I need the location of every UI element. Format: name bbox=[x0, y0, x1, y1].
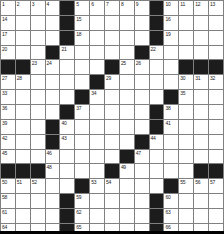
clue-number-13: 13 bbox=[210, 1, 215, 7]
cell-r13-c14[interactable] bbox=[209, 194, 223, 208]
clue-number-9: 9 bbox=[136, 1, 138, 7]
clue-number-35: 35 bbox=[180, 90, 185, 96]
cell-r7-c13[interactable] bbox=[194, 105, 208, 119]
cell-r1-c5[interactable]: 15 bbox=[75, 16, 89, 30]
clue-number-19: 19 bbox=[165, 31, 170, 37]
clue-number-45: 45 bbox=[2, 150, 7, 156]
cell-r6-c1[interactable] bbox=[16, 90, 30, 104]
cell-r12-c7[interactable]: 54 bbox=[105, 179, 119, 193]
cell-r2-c7[interactable] bbox=[105, 31, 119, 45]
cell-r14-c1[interactable] bbox=[16, 209, 30, 223]
cell-r8-c10-black bbox=[150, 120, 164, 134]
cell-r9-c14[interactable] bbox=[209, 135, 223, 149]
cell-r4-c1-black bbox=[16, 60, 30, 74]
cell-r1-c0[interactable]: 14 bbox=[1, 16, 15, 30]
cell-r3-c13[interactable] bbox=[194, 46, 208, 60]
cell-r9-c3-black bbox=[46, 135, 60, 149]
clue-number-1: 1 bbox=[2, 1, 4, 7]
cell-r2-c5[interactable]: 18 bbox=[75, 31, 89, 45]
clue-number-34: 34 bbox=[91, 90, 96, 96]
cell-r11-c4[interactable] bbox=[60, 164, 74, 178]
cell-r13-c9[interactable] bbox=[135, 194, 149, 208]
cell-r7-c4-black bbox=[60, 105, 74, 119]
cell-r12-c8[interactable] bbox=[120, 179, 134, 193]
cell-r13-c12[interactable] bbox=[179, 194, 193, 208]
cell-r6-c4[interactable] bbox=[60, 90, 74, 104]
cell-r5-c3[interactable] bbox=[46, 75, 60, 89]
cell-r3-c10[interactable]: 22 bbox=[150, 46, 164, 60]
crossword-grid: 1234567891011121314151617181920212223242… bbox=[0, 0, 224, 234]
cell-r5-c13[interactable]: 31 bbox=[194, 75, 208, 89]
cell-r3-c0[interactable]: 20 bbox=[1, 46, 15, 60]
cell-r3-c14[interactable] bbox=[209, 46, 223, 60]
clue-number-23: 23 bbox=[32, 60, 37, 66]
cell-r11-c8[interactable]: 49 bbox=[120, 164, 134, 178]
cell-r14-c8[interactable] bbox=[120, 209, 134, 223]
cell-r3-c12[interactable] bbox=[179, 46, 193, 60]
grid-clip-area: 1234567891011121314151617181920212223242… bbox=[0, 0, 224, 234]
cell-r2-c8[interactable] bbox=[120, 31, 134, 45]
cell-r6-c0[interactable]: 33 bbox=[1, 90, 15, 104]
cell-r10-c10[interactable] bbox=[150, 150, 164, 164]
clue-number-26: 26 bbox=[136, 60, 141, 66]
clue-number-20: 20 bbox=[2, 46, 7, 52]
clue-number-47: 47 bbox=[136, 150, 141, 156]
cell-r9-c4[interactable]: 43 bbox=[60, 135, 74, 149]
cell-r8-c11[interactable]: 41 bbox=[164, 120, 178, 134]
cell-r11-c12[interactable] bbox=[179, 164, 193, 178]
clue-number-44: 44 bbox=[151, 135, 156, 141]
cell-r6-c12[interactable]: 35 bbox=[179, 90, 193, 104]
cell-r1-c13[interactable] bbox=[194, 16, 208, 30]
clue-number-11: 11 bbox=[180, 1, 185, 7]
cell-r13-c13[interactable] bbox=[194, 194, 208, 208]
cell-r0-c6[interactable]: 6 bbox=[90, 1, 104, 15]
clue-number-62: 62 bbox=[76, 209, 81, 215]
clue-number-24: 24 bbox=[47, 60, 52, 66]
cell-r12-c5-black bbox=[75, 179, 89, 193]
cell-r10-c5[interactable] bbox=[75, 150, 89, 164]
cell-r8-c1[interactable] bbox=[16, 120, 30, 134]
cell-r12-c12[interactable]: 55 bbox=[179, 179, 193, 193]
clue-number-27: 27 bbox=[2, 75, 7, 81]
cell-r6-c8[interactable] bbox=[120, 90, 134, 104]
cell-r5-c14[interactable]: 32 bbox=[209, 75, 223, 89]
cell-r12-c4[interactable] bbox=[60, 179, 74, 193]
cell-r12-c0[interactable]: 50 bbox=[1, 179, 15, 193]
cell-r10-c8-black bbox=[120, 150, 134, 164]
cell-r6-c11-black bbox=[164, 90, 178, 104]
cell-r6-c5-black bbox=[75, 90, 89, 104]
cell-r9-c10[interactable]: 44 bbox=[150, 135, 164, 149]
clue-number-58: 58 bbox=[2, 194, 7, 200]
cell-r11-c9[interactable] bbox=[135, 164, 149, 178]
cell-r11-c10[interactable] bbox=[150, 164, 164, 178]
cell-r1-c9[interactable] bbox=[135, 16, 149, 30]
cell-r13-c2[interactable] bbox=[31, 194, 45, 208]
cell-r6-c10[interactable] bbox=[150, 90, 164, 104]
cell-r14-c10-black bbox=[150, 209, 164, 223]
cell-r9-c9-black bbox=[135, 135, 149, 149]
cell-r5-c1[interactable]: 28 bbox=[16, 75, 30, 89]
cell-r12-c6[interactable]: 53 bbox=[90, 179, 104, 193]
cell-r0-c9[interactable]: 9 bbox=[135, 1, 149, 15]
clue-number-8: 8 bbox=[121, 1, 123, 7]
cell-r3-c6[interactable] bbox=[90, 46, 104, 60]
cell-r14-c4-black bbox=[60, 209, 74, 223]
cell-r1-c12[interactable] bbox=[179, 16, 193, 30]
clue-number-14: 14 bbox=[2, 16, 7, 22]
cell-r13-c8[interactable] bbox=[120, 194, 134, 208]
clue-number-3: 3 bbox=[32, 1, 34, 7]
cell-r13-c0[interactable]: 58 bbox=[1, 194, 15, 208]
clue-number-64: 64 bbox=[2, 224, 7, 230]
cell-r8-c2[interactable] bbox=[31, 120, 45, 134]
cell-r2-c13[interactable] bbox=[194, 31, 208, 45]
cell-r0-c13[interactable]: 12 bbox=[194, 1, 208, 15]
clue-number-46: 46 bbox=[47, 150, 52, 156]
clue-number-39: 39 bbox=[2, 120, 7, 126]
cell-r0-c4-black bbox=[60, 1, 74, 15]
clue-number-18: 18 bbox=[76, 31, 81, 37]
cell-r7-c0[interactable]: 36 bbox=[1, 105, 15, 119]
cell-r4-c11[interactable] bbox=[164, 60, 178, 74]
cell-r9-c13[interactable] bbox=[194, 135, 208, 149]
cell-r8-c4[interactable]: 40 bbox=[60, 120, 74, 134]
cell-r14-c13[interactable] bbox=[194, 209, 208, 223]
cell-r1-c7[interactable] bbox=[105, 16, 119, 30]
cell-r10-c14[interactable] bbox=[209, 150, 223, 164]
clue-number-60: 60 bbox=[165, 194, 170, 200]
clue-number-42: 42 bbox=[2, 135, 7, 141]
cell-r4-c6[interactable] bbox=[90, 60, 104, 74]
cell-r7-c2[interactable] bbox=[31, 105, 45, 119]
clue-number-63: 63 bbox=[165, 209, 170, 215]
cell-r11-c14-black bbox=[209, 164, 223, 178]
cell-r10-c0[interactable]: 45 bbox=[1, 150, 15, 164]
clue-number-41: 41 bbox=[165, 120, 170, 126]
cell-r8-c7[interactable] bbox=[105, 120, 119, 134]
cell-r5-c5[interactable] bbox=[75, 75, 89, 89]
cell-r2-c1[interactable] bbox=[16, 31, 30, 45]
clue-number-21: 21 bbox=[61, 46, 66, 52]
cell-r9-c8[interactable] bbox=[120, 135, 134, 149]
cell-r3-c2[interactable] bbox=[31, 46, 45, 60]
cell-r4-c0-black bbox=[1, 60, 15, 74]
cell-r10-c4[interactable] bbox=[60, 150, 74, 164]
cell-r10-c2[interactable] bbox=[31, 150, 45, 164]
cell-r4-c9[interactable]: 26 bbox=[135, 60, 149, 74]
cell-r8-c12[interactable] bbox=[179, 120, 193, 134]
cell-r4-c12-black bbox=[179, 60, 193, 74]
cell-r2-c10-black bbox=[150, 31, 164, 45]
cell-r11-c0-black bbox=[1, 164, 15, 178]
cell-r4-c14-black bbox=[209, 60, 223, 74]
cell-r3-c4[interactable]: 21 bbox=[60, 46, 74, 60]
cell-r5-c8[interactable] bbox=[120, 75, 134, 89]
clue-number-16: 16 bbox=[165, 16, 170, 22]
cell-r5-c11[interactable] bbox=[164, 75, 178, 89]
cell-r11-c7-black bbox=[105, 164, 119, 178]
cell-r2-c4-black bbox=[60, 31, 74, 45]
cell-r4-c2[interactable]: 23 bbox=[31, 60, 45, 74]
cell-r3-c3-black bbox=[46, 46, 60, 60]
cell-r0-c7[interactable]: 7 bbox=[105, 1, 119, 15]
cell-r2-c2[interactable] bbox=[31, 31, 45, 45]
clue-number-5: 5 bbox=[76, 1, 78, 7]
cell-r10-c3[interactable]: 46 bbox=[46, 150, 60, 164]
cell-r6-c13[interactable] bbox=[194, 90, 208, 104]
cell-r6-c3[interactable] bbox=[46, 90, 60, 104]
clue-number-61: 61 bbox=[2, 209, 7, 215]
clue-number-15: 15 bbox=[76, 16, 81, 22]
cell-r5-c0[interactable]: 27 bbox=[1, 75, 15, 89]
cell-r14-c9[interactable] bbox=[135, 209, 149, 223]
cell-r0-c14[interactable]: 13 bbox=[209, 1, 223, 15]
cell-r6-c14[interactable] bbox=[209, 90, 223, 104]
cell-r0-c3[interactable]: 4 bbox=[46, 1, 60, 15]
cell-r9-c7[interactable] bbox=[105, 135, 119, 149]
cell-r10-c12[interactable] bbox=[179, 150, 193, 164]
cell-r3-c9-black bbox=[135, 46, 149, 60]
cell-r6-c9[interactable] bbox=[135, 90, 149, 104]
cell-r3-c5[interactable] bbox=[75, 46, 89, 60]
cell-r4-c7-black bbox=[105, 60, 119, 74]
grid-bottom-border bbox=[0, 231, 224, 234]
cell-r7-c8[interactable] bbox=[120, 105, 134, 119]
clue-number-22: 22 bbox=[151, 46, 156, 52]
cell-r7-c7[interactable] bbox=[105, 105, 119, 119]
cell-r9-c6[interactable] bbox=[90, 135, 104, 149]
cell-r1-c1[interactable] bbox=[16, 16, 30, 30]
cell-r1-c14[interactable] bbox=[209, 16, 223, 30]
clue-number-33: 33 bbox=[2, 90, 7, 96]
cell-r4-c3[interactable]: 24 bbox=[46, 60, 60, 74]
cell-r7-c5[interactable]: 37 bbox=[75, 105, 89, 119]
cell-r6-c6[interactable]: 34 bbox=[90, 90, 104, 104]
cell-r5-c9[interactable] bbox=[135, 75, 149, 89]
cell-r12-c2[interactable]: 52 bbox=[31, 179, 45, 193]
cell-r13-c6[interactable] bbox=[90, 194, 104, 208]
cell-r9-c5[interactable] bbox=[75, 135, 89, 149]
cell-r5-c10[interactable] bbox=[150, 75, 164, 89]
cell-r3-c8[interactable] bbox=[120, 46, 134, 60]
cell-r2-c11[interactable]: 19 bbox=[164, 31, 178, 45]
cell-r8-c13[interactable] bbox=[194, 120, 208, 134]
clue-number-7: 7 bbox=[106, 1, 108, 7]
cell-r12-c13[interactable]: 56 bbox=[194, 179, 208, 193]
cell-r9-c2[interactable] bbox=[31, 135, 45, 149]
cell-r14-c12[interactable] bbox=[179, 209, 193, 223]
cell-r12-c11-black bbox=[164, 179, 178, 193]
cell-r8-c3-black bbox=[46, 120, 60, 134]
clue-number-40: 40 bbox=[61, 120, 66, 126]
cell-r1-c3[interactable] bbox=[46, 16, 60, 30]
cell-r14-c0[interactable]: 61 bbox=[1, 209, 15, 223]
cell-r14-c2[interactable] bbox=[31, 209, 45, 223]
cell-r13-c1[interactable] bbox=[16, 194, 30, 208]
cell-r7-c14[interactable] bbox=[209, 105, 223, 119]
cell-r4-c10[interactable] bbox=[150, 60, 164, 74]
clue-number-50: 50 bbox=[2, 179, 7, 185]
clue-number-65: 65 bbox=[76, 224, 81, 230]
clue-number-49: 49 bbox=[121, 164, 126, 170]
cell-r0-c10-black bbox=[150, 1, 164, 15]
cell-r1-c2[interactable] bbox=[31, 16, 45, 30]
cell-r1-c10-black bbox=[150, 16, 164, 30]
cell-r0-c0[interactable]: 1 bbox=[1, 1, 15, 15]
cell-r11-c3[interactable]: 48 bbox=[46, 164, 60, 178]
clue-number-54: 54 bbox=[106, 179, 111, 185]
cell-r12-c10[interactable] bbox=[150, 179, 164, 193]
cell-r10-c13[interactable] bbox=[194, 150, 208, 164]
cell-r11-c11[interactable] bbox=[164, 164, 178, 178]
cell-r8-c0[interactable]: 39 bbox=[1, 120, 15, 134]
cell-r4-c4[interactable] bbox=[60, 60, 74, 74]
clue-number-53: 53 bbox=[91, 179, 96, 185]
cell-r2-c14[interactable] bbox=[209, 31, 223, 45]
cell-r13-c3[interactable] bbox=[46, 194, 60, 208]
cell-r4-c8[interactable]: 25 bbox=[120, 60, 134, 74]
clue-number-25: 25 bbox=[121, 60, 126, 66]
clue-number-66: 66 bbox=[165, 224, 170, 230]
cell-r5-c4[interactable] bbox=[60, 75, 74, 89]
cell-r11-c6[interactable] bbox=[90, 164, 104, 178]
clue-number-51: 51 bbox=[17, 179, 22, 185]
cell-r13-c4-black bbox=[60, 194, 74, 208]
cell-r2-c12[interactable] bbox=[179, 31, 193, 45]
cell-r14-c3[interactable] bbox=[46, 209, 60, 223]
cell-r7-c1[interactable] bbox=[16, 105, 30, 119]
cell-r13-c7[interactable] bbox=[105, 194, 119, 208]
clue-number-37: 37 bbox=[76, 105, 81, 111]
clue-number-30: 30 bbox=[180, 75, 185, 81]
cell-r14-c11[interactable]: 63 bbox=[164, 209, 178, 223]
cell-r10-c7[interactable] bbox=[105, 150, 119, 164]
cell-r7-c12[interactable] bbox=[179, 105, 193, 119]
clue-number-28: 28 bbox=[17, 75, 22, 81]
cell-r3-c1[interactable] bbox=[16, 46, 30, 60]
cell-r0-c11[interactable]: 10 bbox=[164, 1, 178, 15]
cell-r7-c10-black bbox=[150, 105, 164, 119]
crossword-puzzle: 1234567891011121314151617181920212223242… bbox=[0, 0, 224, 234]
clue-number-36: 36 bbox=[2, 105, 7, 111]
cell-r0-c12[interactable]: 11 bbox=[179, 1, 193, 15]
cell-r9-c1[interactable] bbox=[16, 135, 30, 149]
cell-r7-c9[interactable] bbox=[135, 105, 149, 119]
cell-r0-c1[interactable]: 2 bbox=[16, 1, 30, 15]
cell-r13-c5[interactable]: 59 bbox=[75, 194, 89, 208]
cell-r7-c11[interactable]: 38 bbox=[164, 105, 178, 119]
clue-number-4: 4 bbox=[47, 1, 49, 7]
cell-r5-c7[interactable]: 29 bbox=[105, 75, 119, 89]
cell-r2-c0[interactable]: 17 bbox=[1, 31, 15, 45]
clue-number-29: 29 bbox=[106, 75, 111, 81]
clue-number-56: 56 bbox=[195, 179, 200, 185]
cell-r3-c11[interactable] bbox=[164, 46, 178, 60]
clue-number-32: 32 bbox=[210, 75, 215, 81]
cell-r9-c0[interactable]: 42 bbox=[1, 135, 15, 149]
clue-number-43: 43 bbox=[61, 135, 66, 141]
cell-r1-c6[interactable] bbox=[90, 16, 104, 30]
clue-number-12: 12 bbox=[195, 1, 200, 7]
cell-r4-c5[interactable] bbox=[75, 60, 89, 74]
cell-r14-c14[interactable] bbox=[209, 209, 223, 223]
cell-r11-c5[interactable] bbox=[75, 164, 89, 178]
cell-r7-c3[interactable] bbox=[46, 105, 60, 119]
cell-r10-c6[interactable] bbox=[90, 150, 104, 164]
clue-number-2: 2 bbox=[17, 1, 19, 7]
cell-r14-c7[interactable] bbox=[105, 209, 119, 223]
cell-r0-c5[interactable]: 5 bbox=[75, 1, 89, 15]
cell-r12-c14[interactable]: 57 bbox=[209, 179, 223, 193]
cell-r1-c4-black bbox=[60, 16, 74, 30]
cell-r5-c6-black bbox=[90, 75, 104, 89]
cell-r12-c1[interactable]: 51 bbox=[16, 179, 30, 193]
clue-number-6: 6 bbox=[91, 1, 93, 7]
cell-r4-c13-black bbox=[194, 60, 208, 74]
cell-r10-c1[interactable] bbox=[16, 150, 30, 164]
cell-r10-c9[interactable]: 47 bbox=[135, 150, 149, 164]
cell-r11-c13-black bbox=[194, 164, 208, 178]
clue-number-57: 57 bbox=[210, 179, 215, 185]
cell-r1-c11[interactable]: 16 bbox=[164, 16, 178, 30]
cell-r6-c7[interactable] bbox=[105, 90, 119, 104]
cell-r8-c14[interactable] bbox=[209, 120, 223, 134]
cell-r13-c10-black bbox=[150, 194, 164, 208]
cell-r8-c8[interactable] bbox=[120, 120, 134, 134]
cell-r8-c5[interactable] bbox=[75, 120, 89, 134]
cell-r12-c9[interactable] bbox=[135, 179, 149, 193]
clue-number-38: 38 bbox=[165, 105, 170, 111]
cell-r11-c2-black bbox=[31, 164, 45, 178]
clue-number-52: 52 bbox=[32, 179, 37, 185]
clue-number-10: 10 bbox=[165, 1, 170, 7]
cell-r6-c2[interactable] bbox=[31, 90, 45, 104]
clue-number-31: 31 bbox=[195, 75, 200, 81]
cell-r3-c7[interactable] bbox=[105, 46, 119, 60]
clue-number-55: 55 bbox=[180, 179, 185, 185]
cell-r2-c3[interactable] bbox=[46, 31, 60, 45]
cell-r7-c6[interactable] bbox=[90, 105, 104, 119]
cell-r12-c3[interactable] bbox=[46, 179, 60, 193]
cell-r9-c11[interactable] bbox=[164, 135, 178, 149]
cell-r5-c2[interactable] bbox=[31, 75, 45, 89]
clue-number-17: 17 bbox=[2, 31, 7, 37]
cell-r10-c11[interactable] bbox=[164, 150, 178, 164]
cell-r11-c1-black bbox=[16, 164, 30, 178]
clue-number-59: 59 bbox=[76, 194, 81, 200]
cell-r14-c6[interactable] bbox=[90, 209, 104, 223]
clue-number-48: 48 bbox=[47, 164, 52, 170]
cell-r0-c8[interactable]: 8 bbox=[120, 1, 134, 15]
cell-r5-c12[interactable]: 30 bbox=[179, 75, 193, 89]
cell-r2-c9[interactable] bbox=[135, 31, 149, 45]
cell-r0-c2[interactable]: 3 bbox=[31, 1, 45, 15]
cell-r1-c8[interactable] bbox=[120, 16, 134, 30]
cell-r8-c9[interactable] bbox=[135, 120, 149, 134]
cell-r2-c6[interactable] bbox=[90, 31, 104, 45]
cell-r14-c5[interactable]: 62 bbox=[75, 209, 89, 223]
cell-r13-c11[interactable]: 60 bbox=[164, 194, 178, 208]
cell-r9-c12[interactable] bbox=[179, 135, 193, 149]
cell-r8-c6[interactable] bbox=[90, 120, 104, 134]
